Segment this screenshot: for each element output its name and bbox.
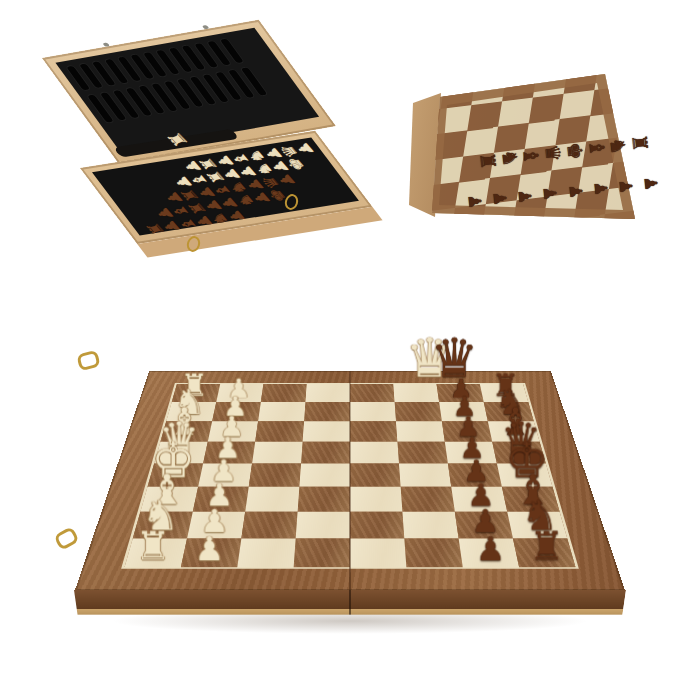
square-r6c6: ♟	[455, 512, 513, 539]
brass-clasp-hook	[53, 526, 80, 551]
lid-foam-insert	[55, 28, 319, 152]
folded-board: ♜♞♝♛♚♝♞♜♟♟♟♟♟♟♟♟	[405, 55, 685, 250]
magnetic-piece: ♟	[465, 193, 484, 210]
product-photo-scene: { "meta": { "scene": "wooden folding mag…	[0, 0, 700, 700]
fold-magnetic-pieces: ♜♞♝♛♚♝♞♜♟♟♟♟♟♟♟♟	[423, 63, 673, 238]
extra-white-queen: ♛	[304, 331, 556, 385]
square-r4c5	[399, 464, 451, 487]
square-r4c7: ♚	[497, 464, 553, 487]
square-r6c7: ♞	[507, 512, 567, 539]
square-r0c2	[261, 384, 307, 402]
square-r1c3	[304, 402, 350, 421]
stored-piece: ♟	[224, 208, 250, 224]
square-r2c6: ♟	[442, 421, 492, 441]
square-r4c6: ♟	[448, 464, 502, 487]
square-r4c3	[299, 464, 350, 487]
magnetic-piece: ♛	[542, 143, 564, 163]
piece-bP: ♟	[448, 433, 497, 462]
square-r7c3	[294, 538, 350, 567]
magnetic-piece: ♝	[521, 146, 543, 166]
square-r1c2	[258, 402, 305, 421]
square-r0c7: ♜	[480, 384, 528, 402]
square-r5c4	[350, 487, 402, 512]
square-r1c1: ♟	[212, 402, 261, 421]
magnetic-piece: ♞	[607, 136, 629, 156]
hinge-knob	[102, 42, 110, 46]
square-r7c2	[237, 538, 295, 567]
square-r7c4	[350, 538, 406, 567]
square-r3c6: ♟	[445, 442, 497, 464]
board-front-edge	[74, 590, 626, 615]
square-r6c3	[296, 512, 350, 539]
magnetic-piece: ♟	[541, 185, 560, 202]
magnetic-piece: ♟	[566, 183, 585, 200]
square-r7c5	[404, 538, 462, 567]
square-r1c4	[350, 402, 396, 421]
main-board-stage: ♛♛ ♜♟♟♜♞♟♟♞♝♟♟♝♛♟♟♛♚♟♟♚♝♟♟♝♞♟♟♞♜♟♟♜	[20, 230, 680, 690]
square-r1c7: ♞	[484, 402, 534, 421]
square-r2c2	[255, 421, 304, 441]
square-r6c4	[350, 512, 404, 539]
square-r7c6: ♟	[459, 538, 519, 567]
square-r2c7: ♝	[488, 421, 540, 441]
square-r0c5	[393, 384, 439, 402]
magnetic-piece: ♝	[586, 138, 608, 158]
square-r3c2	[252, 442, 303, 464]
square-r1c0: ♞	[166, 402, 216, 421]
magnetic-piece: ♜	[477, 151, 499, 171]
magnetic-piece: ♟	[641, 175, 660, 192]
square-r3c4	[350, 442, 399, 464]
square-r6c0: ♞	[133, 512, 193, 539]
square-r2c5	[396, 421, 445, 441]
square-r6c5	[402, 512, 458, 539]
square-r3c5	[397, 442, 448, 464]
square-r1c6: ♟	[439, 402, 488, 421]
square-r0c1: ♟	[216, 384, 263, 402]
piece-wP: ♟	[193, 479, 245, 510]
square-r5c7: ♝	[502, 487, 560, 512]
hinge-knob	[202, 25, 210, 29]
magnetic-piece: ♟	[616, 178, 635, 195]
magnetic-piece: ♟	[516, 188, 535, 205]
square-r6c2	[241, 512, 297, 539]
extra-black-queen: ♛	[353, 331, 556, 385]
square-r4c4	[350, 464, 401, 487]
square-r5c1: ♟	[193, 487, 249, 512]
main-board: ♛♛ ♜♟♟♜♞♟♟♞♝♟♟♝♛♟♟♛♚♟♟♚♝♟♟♝♞♟♟♞♜♟♟♜	[75, 371, 625, 590]
piece-bP: ♟	[455, 479, 507, 510]
square-r5c6: ♟	[451, 487, 507, 512]
square-r2c0: ♝	[160, 421, 212, 441]
magnetic-piece: ♟	[591, 180, 610, 197]
square-r7c0: ♜	[125, 538, 188, 567]
square-r0c3	[305, 384, 350, 402]
square-r3c1: ♟	[203, 442, 255, 464]
square-r0c4	[350, 384, 395, 402]
square-r3c7: ♛	[492, 442, 546, 464]
square-r5c2	[245, 487, 299, 512]
fold-seam	[349, 371, 351, 590]
square-r2c1: ♟	[208, 421, 258, 441]
square-r5c5	[401, 487, 455, 512]
square-r7c7: ♜	[513, 538, 576, 567]
square-r6c1: ♟	[187, 512, 245, 539]
magnetic-piece: ♚	[564, 141, 586, 161]
square-r5c3	[298, 487, 350, 512]
square-r1c5	[395, 402, 442, 421]
magnetic-piece: ♜	[629, 133, 651, 153]
magnetic-piece: ♟	[491, 190, 510, 207]
square-r0c0: ♜	[172, 384, 220, 402]
square-r4c2	[249, 464, 301, 487]
square-r4c1: ♟	[198, 464, 252, 487]
square-r3c3	[301, 442, 350, 464]
square-r2c4	[350, 421, 397, 441]
magnetic-piece: ♞	[499, 148, 521, 168]
square-r3c0: ♛	[154, 442, 208, 464]
square-r7c1: ♟	[181, 538, 241, 567]
square-r4c0: ♚	[147, 464, 203, 487]
square-r5c0: ♝	[140, 487, 198, 512]
piece-wP: ♟	[203, 433, 252, 462]
square-r2c3	[303, 421, 350, 441]
square-r0c6: ♟	[437, 384, 484, 402]
brass-clasp-hook	[76, 350, 101, 372]
